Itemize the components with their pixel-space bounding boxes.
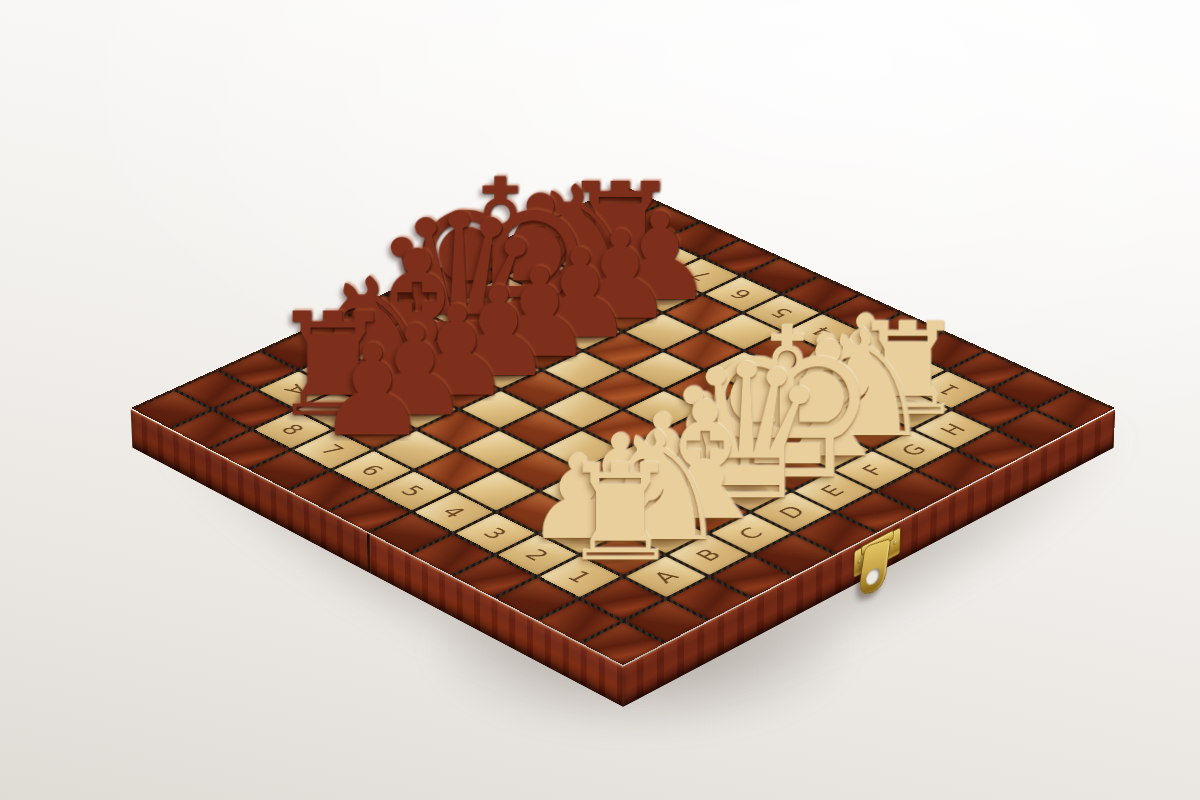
square-a7[interactable]: ♟: [337, 411, 414, 449]
fold-seam-icon: [367, 533, 371, 574]
coordinate-label: 1: [563, 568, 596, 585]
scene: 87654321H♜♟♟♜HG♞♟♟♞GF♝♟♟♝FE♚♟♟♚ED♛♟♟♛DC♝…: [0, 0, 1200, 800]
coordinate-label: 5: [397, 483, 429, 499]
photo-stage: 87654321H♜♟♟♜HG♞♟♟♞GF♝♟♟♝FE♚♟♟♚ED♛♟♟♛DC♝…: [0, 0, 1200, 800]
chess-board: 87654321H♜♟♟♜HG♞♟♟♞GF♝♟♟♝FE♚♟♟♚ED♛♟♟♛DC♝…: [131, 185, 1115, 665]
coordinate-label: 7: [316, 442, 348, 458]
coordinate-label: A: [649, 568, 683, 585]
coordinate-label: 6: [356, 462, 388, 478]
latch-hole: [865, 566, 881, 587]
